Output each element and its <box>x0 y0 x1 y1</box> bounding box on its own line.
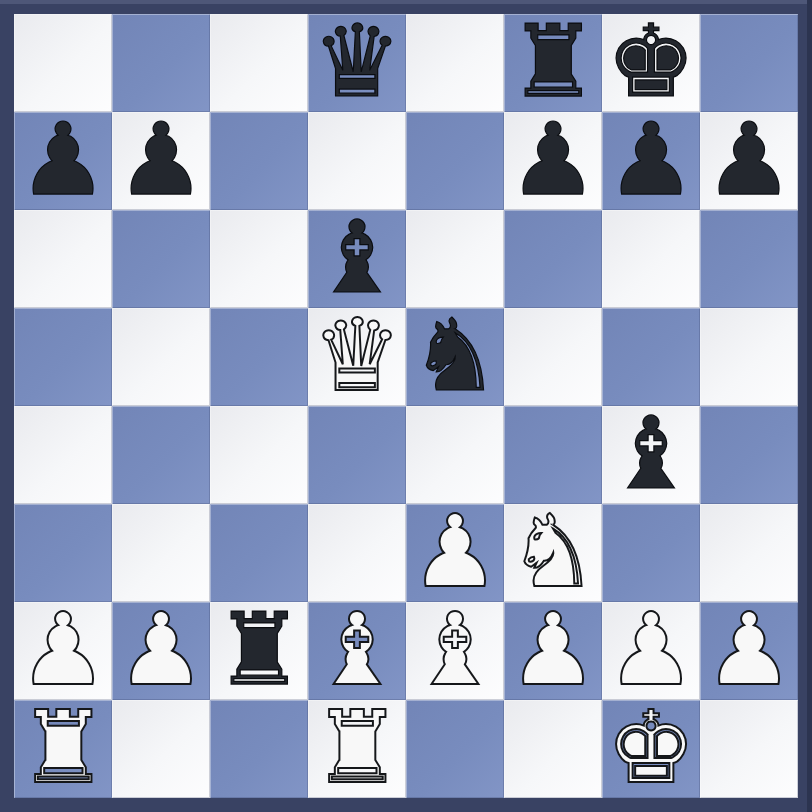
square-d8[interactable]: ♛ <box>308 14 406 112</box>
square-a4[interactable] <box>14 406 112 504</box>
square-b4[interactable] <box>112 406 210 504</box>
piece-black-pawn-g7[interactable]: ♟ <box>606 110 696 210</box>
square-c6[interactable] <box>210 210 308 308</box>
square-f1[interactable] <box>504 700 602 798</box>
square-a1[interactable]: ♜ <box>14 700 112 798</box>
piece-white-king-g1[interactable]: ♚ <box>606 698 696 798</box>
square-a2[interactable]: ♟ <box>14 602 112 700</box>
square-e3[interactable]: ♟ <box>406 504 504 602</box>
piece-white-bishop-e2[interactable]: ♝ <box>410 600 500 700</box>
square-a6[interactable] <box>14 210 112 308</box>
piece-black-pawn-b7[interactable]: ♟ <box>116 110 206 210</box>
square-b7[interactable]: ♟ <box>112 112 210 210</box>
square-b5[interactable] <box>112 308 210 406</box>
square-f7[interactable]: ♟ <box>504 112 602 210</box>
piece-white-pawn-f2[interactable]: ♟ <box>508 600 598 700</box>
square-b6[interactable] <box>112 210 210 308</box>
piece-black-bishop-g4[interactable]: ♝ <box>606 404 696 504</box>
piece-black-queen-d8[interactable]: ♛ <box>312 12 402 112</box>
square-c4[interactable] <box>210 406 308 504</box>
square-g1[interactable]: ♚ <box>602 700 700 798</box>
square-c7[interactable] <box>210 112 308 210</box>
square-a8[interactable] <box>14 14 112 112</box>
square-g7[interactable]: ♟ <box>602 112 700 210</box>
piece-white-knight-f3[interactable]: ♞ <box>508 502 598 602</box>
square-h2[interactable]: ♟ <box>700 602 798 700</box>
square-c1[interactable] <box>210 700 308 798</box>
square-e4[interactable] <box>406 406 504 504</box>
square-e7[interactable] <box>406 112 504 210</box>
square-g8[interactable]: ♚ <box>602 14 700 112</box>
piece-white-pawn-e3[interactable]: ♟ <box>410 502 500 602</box>
piece-black-rook-c2[interactable]: ♜ <box>214 600 304 700</box>
square-d1[interactable]: ♜ <box>308 700 406 798</box>
piece-black-pawn-a7[interactable]: ♟ <box>18 110 108 210</box>
square-h7[interactable]: ♟ <box>700 112 798 210</box>
square-h3[interactable] <box>700 504 798 602</box>
square-e1[interactable] <box>406 700 504 798</box>
square-a7[interactable]: ♟ <box>14 112 112 210</box>
piece-black-bishop-d6[interactable]: ♝ <box>312 208 402 308</box>
square-b8[interactable] <box>112 14 210 112</box>
piece-white-rook-a1[interactable]: ♜ <box>18 698 108 798</box>
piece-black-pawn-h7[interactable]: ♟ <box>704 110 794 210</box>
square-d3[interactable] <box>308 504 406 602</box>
square-e2[interactable]: ♝ <box>406 602 504 700</box>
square-g2[interactable]: ♟ <box>602 602 700 700</box>
piece-white-rook-d1[interactable]: ♜ <box>312 698 402 798</box>
piece-white-bishop-d2[interactable]: ♝ <box>312 600 402 700</box>
square-e5[interactable]: ♞ <box>406 308 504 406</box>
square-c3[interactable] <box>210 504 308 602</box>
square-h6[interactable] <box>700 210 798 308</box>
piece-white-pawn-b2[interactable]: ♟ <box>116 600 206 700</box>
square-h4[interactable] <box>700 406 798 504</box>
square-d5[interactable]: ♛ <box>308 308 406 406</box>
square-b1[interactable] <box>112 700 210 798</box>
square-f8[interactable]: ♜ <box>504 14 602 112</box>
square-b2[interactable]: ♟ <box>112 602 210 700</box>
piece-black-knight-e5[interactable]: ♞ <box>410 306 500 406</box>
square-h8[interactable] <box>700 14 798 112</box>
square-g6[interactable] <box>602 210 700 308</box>
chess-board: ♛♜♚♟♟♟♟♟♝♛♞♝♟♞♟♟♜♝♝♟♟♟♜♜♚ <box>14 14 798 798</box>
piece-black-rook-f8[interactable]: ♜ <box>508 12 598 112</box>
piece-black-king-g8[interactable]: ♚ <box>606 12 696 112</box>
square-a3[interactable] <box>14 504 112 602</box>
square-h5[interactable] <box>700 308 798 406</box>
square-g5[interactable] <box>602 308 700 406</box>
square-a5[interactable] <box>14 308 112 406</box>
square-e8[interactable] <box>406 14 504 112</box>
piece-black-pawn-f7[interactable]: ♟ <box>508 110 598 210</box>
square-c2[interactable]: ♜ <box>210 602 308 700</box>
piece-white-pawn-g2[interactable]: ♟ <box>606 600 696 700</box>
square-f5[interactable] <box>504 308 602 406</box>
square-f6[interactable] <box>504 210 602 308</box>
board-frame: ♛♜♚♟♟♟♟♟♝♛♞♝♟♞♟♟♜♝♝♟♟♟♜♜♚ <box>0 0 812 812</box>
square-d4[interactable] <box>308 406 406 504</box>
square-f3[interactable]: ♞ <box>504 504 602 602</box>
square-f4[interactable] <box>504 406 602 504</box>
piece-white-queen-d5[interactable]: ♛ <box>312 306 402 406</box>
square-g3[interactable] <box>602 504 700 602</box>
square-g4[interactable]: ♝ <box>602 406 700 504</box>
square-c5[interactable] <box>210 308 308 406</box>
square-d2[interactable]: ♝ <box>308 602 406 700</box>
square-c8[interactable] <box>210 14 308 112</box>
square-e6[interactable] <box>406 210 504 308</box>
square-b3[interactable] <box>112 504 210 602</box>
square-d7[interactable] <box>308 112 406 210</box>
square-d6[interactable]: ♝ <box>308 210 406 308</box>
square-f2[interactable]: ♟ <box>504 602 602 700</box>
piece-white-pawn-h2[interactable]: ♟ <box>704 600 794 700</box>
square-h1[interactable] <box>700 700 798 798</box>
piece-white-pawn-a2[interactable]: ♟ <box>18 600 108 700</box>
